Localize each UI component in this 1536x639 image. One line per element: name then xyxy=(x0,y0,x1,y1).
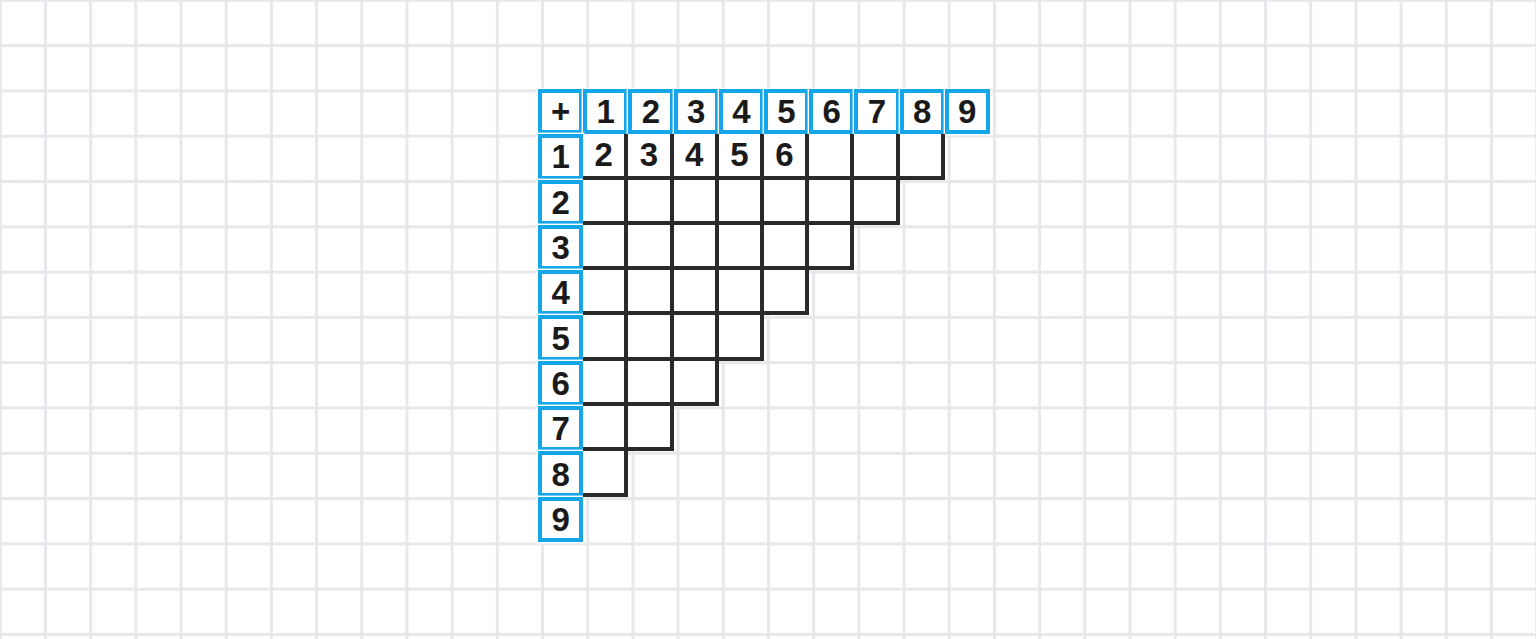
sum-cell-2-7[interactable] xyxy=(854,180,899,225)
sum-cell-1-8[interactable] xyxy=(900,134,945,179)
sum-cell-5-1[interactable] xyxy=(583,315,628,360)
row-header-1: 1 xyxy=(538,134,583,179)
col-header-1: 1 xyxy=(583,89,628,134)
sum-cell-5-2[interactable] xyxy=(628,315,673,360)
sum-cell-5-3[interactable] xyxy=(674,315,719,360)
sum-cell-4-5[interactable] xyxy=(764,270,809,315)
sum-cell-2-4[interactable] xyxy=(719,180,764,225)
sum-cell-6-3[interactable] xyxy=(674,361,719,406)
row-header-5: 5 xyxy=(538,315,583,360)
sum-cell-2-5[interactable] xyxy=(764,180,809,225)
row-header-7: 7 xyxy=(538,406,583,451)
sum-cell-4-4[interactable] xyxy=(719,270,764,315)
sum-cell-1-5[interactable]: 6 xyxy=(764,134,809,179)
sum-cell-3-4[interactable] xyxy=(719,225,764,270)
sum-cell-2-6[interactable] xyxy=(809,180,854,225)
sum-cell-4-2[interactable] xyxy=(628,270,673,315)
sum-cell-3-3[interactable] xyxy=(674,225,719,270)
sum-cell-1-7[interactable] xyxy=(854,134,899,179)
sum-cell-3-1[interactable] xyxy=(583,225,628,270)
col-header-6: 6 xyxy=(809,89,854,134)
sum-cell-5-4[interactable] xyxy=(719,315,764,360)
col-header-5: 5 xyxy=(764,89,809,134)
row-header-4: 4 xyxy=(538,270,583,315)
sum-cell-1-3[interactable]: 4 xyxy=(674,134,719,179)
row-header-3: 3 xyxy=(538,225,583,270)
sum-cell-1-1[interactable]: 2 xyxy=(583,134,628,179)
sum-cell-7-2[interactable] xyxy=(628,406,673,451)
sum-cell-2-1[interactable] xyxy=(583,180,628,225)
sum-cell-7-1[interactable] xyxy=(583,406,628,451)
sum-cell-2-3[interactable] xyxy=(674,180,719,225)
col-header-4: 4 xyxy=(719,89,764,134)
sum-cell-3-5[interactable] xyxy=(764,225,809,270)
addition-table: +12345678912345678923456 xyxy=(538,89,990,542)
col-header-2: 2 xyxy=(628,89,673,134)
col-header-7: 7 xyxy=(854,89,899,134)
row-header-8: 8 xyxy=(538,451,583,496)
col-header-8: 8 xyxy=(900,89,945,134)
sum-cell-1-6[interactable] xyxy=(809,134,854,179)
sum-cell-6-1[interactable] xyxy=(583,361,628,406)
row-header-9: 9 xyxy=(538,497,583,542)
sum-cell-3-2[interactable] xyxy=(628,225,673,270)
sum-cell-4-3[interactable] xyxy=(674,270,719,315)
col-header-9: 9 xyxy=(945,89,990,134)
sum-cell-1-2[interactable]: 3 xyxy=(628,134,673,179)
row-header-2: 2 xyxy=(538,180,583,225)
row-header-6: 6 xyxy=(538,361,583,406)
corner-plus-cell: + xyxy=(538,89,583,134)
sum-cell-8-1[interactable] xyxy=(583,451,628,496)
sum-cell-2-2[interactable] xyxy=(628,180,673,225)
sum-cell-3-6[interactable] xyxy=(809,225,854,270)
col-header-3: 3 xyxy=(674,89,719,134)
sum-cell-1-4[interactable]: 5 xyxy=(719,134,764,179)
sum-cell-6-2[interactable] xyxy=(628,361,673,406)
sum-cell-4-1[interactable] xyxy=(583,270,628,315)
